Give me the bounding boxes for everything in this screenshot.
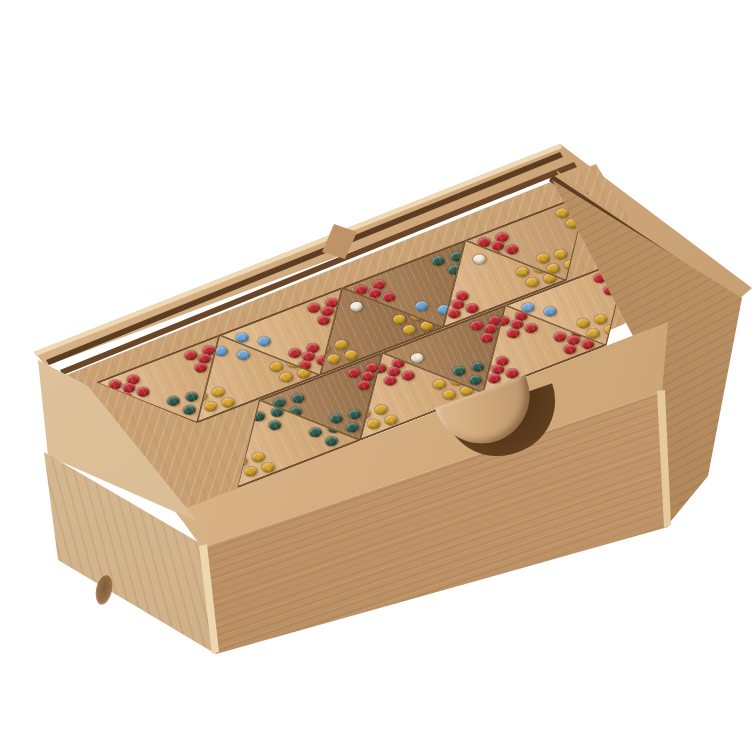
pip-dot [242, 465, 259, 478]
pip-dot [333, 338, 350, 351]
pip-cluster-back-left-5 [107, 369, 156, 407]
pip-dot [323, 435, 340, 448]
pip-dot [165, 395, 182, 408]
pip-dot [464, 302, 481, 315]
pip-dot [469, 360, 486, 373]
pip-dot [431, 378, 448, 391]
pip-dot [490, 363, 507, 376]
pip-dot [359, 370, 376, 383]
pip-dot [192, 361, 209, 374]
pip-dot [430, 254, 447, 267]
pip-dot [451, 365, 468, 378]
pip-dot [235, 349, 252, 362]
pip-dot [441, 388, 458, 401]
pip-dot [602, 323, 619, 336]
pip-dot [365, 418, 382, 431]
pip-dot [202, 400, 219, 413]
pip-dot [535, 252, 552, 265]
pip-dot [346, 367, 363, 380]
pip-dot [562, 258, 579, 271]
pip-dot [494, 231, 511, 244]
pip-dot [290, 392, 307, 405]
pip-dot [545, 262, 562, 275]
pip-dot [278, 371, 295, 384]
pip-dot [220, 396, 237, 409]
pip-dot [325, 353, 342, 366]
pip-dot [409, 352, 426, 365]
pip-dot [121, 381, 138, 394]
pip-dot [183, 390, 200, 403]
pip-dot [304, 342, 321, 355]
pip-dot [450, 298, 467, 311]
pip-dot [319, 305, 336, 318]
pip-dot [413, 300, 430, 313]
pip-dot [183, 349, 200, 362]
pip-dot [542, 305, 559, 318]
pip-dot [509, 318, 526, 331]
pip-dot [210, 386, 227, 399]
pip-dot [256, 335, 273, 348]
pip-dot [454, 290, 471, 303]
pip-dot [382, 374, 399, 387]
pip-dot [381, 290, 398, 303]
pip-dot [125, 373, 142, 386]
pip-dot [585, 327, 602, 340]
pip-dot [383, 414, 400, 427]
pip-dot [490, 239, 507, 252]
pip-dot [467, 374, 484, 387]
pip-dot [524, 276, 541, 289]
pip-dot [565, 334, 582, 347]
pip-dot [592, 313, 609, 326]
pip-dot [478, 331, 495, 344]
pip-dot [355, 379, 372, 392]
pip-dot [400, 369, 417, 382]
pip-dot [300, 350, 317, 363]
pip-dot [552, 331, 569, 344]
pip-dot [575, 317, 592, 330]
pip-dot [306, 302, 323, 315]
pip-dot [260, 461, 277, 474]
pip-dot [371, 278, 388, 291]
pip-dot [401, 323, 418, 336]
pip-dot [514, 266, 531, 279]
pip-dot [482, 322, 499, 335]
pip-dot [107, 378, 124, 391]
pip-dot [266, 419, 283, 432]
pip-dot [523, 322, 540, 335]
pip-dot [552, 248, 569, 261]
pip-dot [505, 327, 522, 340]
pip-dot [181, 403, 198, 416]
pip-dot [232, 455, 249, 468]
pip-dot [344, 421, 361, 434]
pip-dot [343, 349, 360, 362]
product-photo-stage [0, 0, 755, 755]
pip-dot [367, 286, 384, 299]
pip-dot [315, 314, 332, 327]
pip-dot [446, 307, 463, 320]
pip-dot [328, 412, 345, 425]
pip-dot [135, 385, 152, 398]
pip-dot [562, 343, 579, 356]
pip-dot [117, 390, 134, 403]
pip-dot [373, 403, 390, 416]
pip-dot [250, 451, 267, 464]
pip-dot [348, 300, 365, 313]
pip-dot [504, 243, 521, 256]
pip-dot [268, 360, 285, 373]
pip-dot [386, 365, 403, 378]
pip-dot [196, 352, 213, 365]
pip-dot [494, 355, 511, 368]
pip-dot [250, 410, 267, 423]
pip-dot [471, 253, 488, 266]
pip-dot [391, 313, 408, 326]
pip-dot [287, 347, 304, 360]
pip-dot [486, 372, 503, 385]
pip-dot [307, 426, 324, 439]
pip-dot [469, 319, 486, 332]
pip-dot [346, 408, 363, 421]
